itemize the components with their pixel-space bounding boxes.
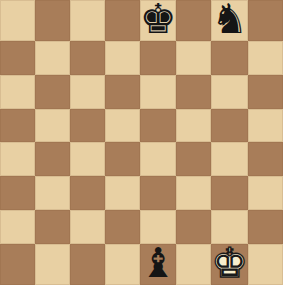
square-f1[interactable] xyxy=(176,244,211,285)
square-a1[interactable] xyxy=(0,244,35,285)
chess-board-window: ♚♞♝♚ xyxy=(0,0,283,285)
square-h5[interactable] xyxy=(248,109,283,143)
square-a4[interactable] xyxy=(0,142,35,176)
square-f4[interactable] xyxy=(176,142,211,176)
square-h4[interactable] xyxy=(248,142,283,176)
square-g5[interactable] xyxy=(211,109,248,143)
square-e6[interactable] xyxy=(140,75,177,109)
square-h1[interactable] xyxy=(248,244,283,285)
square-c3[interactable] xyxy=(70,176,105,210)
square-a5[interactable] xyxy=(0,109,35,143)
chess-board: ♚♞♝♚ xyxy=(0,0,283,285)
square-c6[interactable] xyxy=(70,75,105,109)
square-b3[interactable] xyxy=(35,176,70,210)
square-f3[interactable] xyxy=(176,176,211,210)
square-d2[interactable] xyxy=(105,210,140,244)
square-b5[interactable] xyxy=(35,109,70,143)
white-king[interactable]: ♚ xyxy=(211,243,248,284)
square-h3[interactable] xyxy=(248,176,283,210)
square-a6[interactable] xyxy=(0,75,35,109)
square-h7[interactable] xyxy=(248,41,283,75)
square-d3[interactable] xyxy=(105,176,140,210)
square-f7[interactable] xyxy=(176,41,211,75)
square-c1[interactable] xyxy=(70,244,105,285)
square-f6[interactable] xyxy=(176,75,211,109)
square-g6[interactable] xyxy=(211,75,248,109)
square-b7[interactable] xyxy=(35,41,70,75)
square-g1[interactable]: ♚ xyxy=(211,244,248,285)
square-e3[interactable] xyxy=(140,176,177,210)
square-a7[interactable] xyxy=(0,41,35,75)
square-f8[interactable] xyxy=(176,0,211,41)
black-king[interactable]: ♚ xyxy=(140,0,177,40)
square-b8[interactable] xyxy=(35,0,70,41)
square-c5[interactable] xyxy=(70,109,105,143)
square-f5[interactable] xyxy=(176,109,211,143)
square-g4[interactable] xyxy=(211,142,248,176)
square-b1[interactable] xyxy=(35,244,70,285)
square-a3[interactable] xyxy=(0,176,35,210)
square-g3[interactable] xyxy=(211,176,248,210)
square-c2[interactable] xyxy=(70,210,105,244)
square-g7[interactable] xyxy=(211,41,248,75)
black-knight[interactable]: ♞ xyxy=(211,0,248,40)
black-bishop[interactable]: ♝ xyxy=(140,243,177,284)
square-e8[interactable]: ♚ xyxy=(140,0,177,41)
square-d8[interactable] xyxy=(105,0,140,41)
square-d7[interactable] xyxy=(105,41,140,75)
square-c7[interactable] xyxy=(70,41,105,75)
square-b2[interactable] xyxy=(35,210,70,244)
square-a8[interactable] xyxy=(0,0,35,41)
square-d5[interactable] xyxy=(105,109,140,143)
square-e4[interactable] xyxy=(140,142,177,176)
square-d1[interactable] xyxy=(105,244,140,285)
square-e7[interactable] xyxy=(140,41,177,75)
square-c8[interactable] xyxy=(70,0,105,41)
square-e1[interactable]: ♝ xyxy=(140,244,177,285)
square-h8[interactable] xyxy=(248,0,283,41)
square-a2[interactable] xyxy=(0,210,35,244)
square-b4[interactable] xyxy=(35,142,70,176)
square-d4[interactable] xyxy=(105,142,140,176)
square-e5[interactable] xyxy=(140,109,177,143)
square-h2[interactable] xyxy=(248,210,283,244)
square-h6[interactable] xyxy=(248,75,283,109)
square-g8[interactable]: ♞ xyxy=(211,0,248,41)
square-f2[interactable] xyxy=(176,210,211,244)
square-d6[interactable] xyxy=(105,75,140,109)
square-c4[interactable] xyxy=(70,142,105,176)
square-b6[interactable] xyxy=(35,75,70,109)
